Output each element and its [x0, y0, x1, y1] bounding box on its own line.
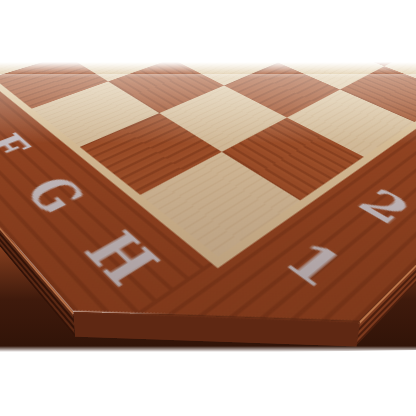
photo-background-top [0, 0, 416, 62]
chess-board-photo: ABCDEFGH 87654321 [0, 0, 416, 416]
photo-crop-fade-top [0, 62, 416, 78]
photo-background-bottom [0, 352, 416, 416]
